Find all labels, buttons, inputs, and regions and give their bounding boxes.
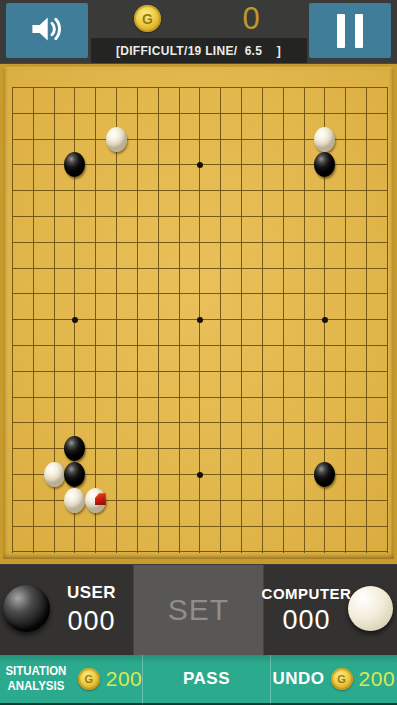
star-point bbox=[322, 317, 328, 323]
undo-button[interactable]: UNDO G 200 bbox=[270, 655, 397, 705]
computer-white-stone-icon bbox=[348, 586, 393, 631]
game-info-label: [DIFFICULT/19 LINE/ 6.5 ] bbox=[91, 38, 307, 63]
coin-letter: G bbox=[142, 11, 153, 27]
computer-score: 000 bbox=[282, 605, 330, 636]
white-stone bbox=[44, 462, 65, 487]
star-point bbox=[197, 317, 203, 323]
top-bar: G 0 [DIFFICULT/19 LINE/ 6.5 ] bbox=[0, 0, 397, 63]
set-button[interactable]: SET bbox=[133, 565, 264, 655]
action-bar: SITUATION ANALYSIS G 200 PASS UNDO G 200 bbox=[0, 655, 397, 705]
situation-analysis-cost: 200 bbox=[106, 667, 143, 691]
white-stone bbox=[106, 127, 127, 152]
star-point bbox=[197, 472, 203, 478]
situation-analysis-button[interactable]: SITUATION ANALYSIS G 200 bbox=[0, 655, 142, 705]
go-game-screen: G 0 [DIFFICULT/19 LINE/ 6.5 ] USER 000 S… bbox=[0, 0, 397, 705]
scoreboard: USER 000 SET COMPUTER 000 bbox=[0, 565, 397, 655]
user-score: 000 bbox=[67, 606, 115, 637]
sound-button[interactable] bbox=[6, 3, 88, 58]
computer-label: COMPUTER bbox=[262, 585, 352, 602]
undo-label: UNDO bbox=[273, 669, 325, 689]
user-label: USER bbox=[67, 583, 116, 603]
go-board[interactable] bbox=[0, 63, 397, 564]
star-point bbox=[197, 162, 203, 168]
coin-icon: G bbox=[134, 5, 161, 32]
pass-button[interactable]: PASS bbox=[142, 655, 269, 705]
coin-icon: G bbox=[78, 668, 100, 690]
coin-icon: G bbox=[331, 668, 353, 690]
undo-cost: 200 bbox=[359, 667, 396, 691]
set-button-label: SET bbox=[168, 593, 229, 627]
user-panel: USER 000 bbox=[0, 565, 133, 655]
pass-label: PASS bbox=[183, 669, 230, 689]
coin-balance: 0 bbox=[225, 1, 277, 37]
situation-analysis-label: SITUATION ANALYSIS bbox=[5, 664, 66, 693]
user-black-stone-icon bbox=[3, 585, 50, 632]
computer-panel: COMPUTER 000 bbox=[264, 565, 397, 655]
speaker-icon bbox=[28, 11, 66, 50]
pause-icon bbox=[332, 14, 368, 48]
pause-button[interactable] bbox=[309, 3, 391, 58]
star-point bbox=[72, 317, 78, 323]
